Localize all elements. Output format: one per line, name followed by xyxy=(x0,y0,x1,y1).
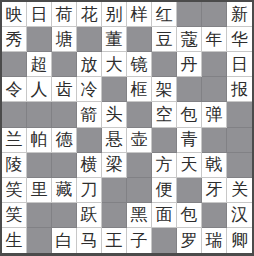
blocked-cell-r3c1 xyxy=(2,52,27,77)
blocked-cell-r8c8 xyxy=(177,178,202,203)
blocked-cell-r9c3 xyxy=(52,203,77,228)
blocked-cell-r7c6 xyxy=(127,153,152,178)
letter-cell-r7c7[interactable]: 方 xyxy=(152,153,177,178)
letter-cell-r10c5[interactable]: 王 xyxy=(102,228,127,253)
blocked-cell-r5c10 xyxy=(227,102,252,127)
letter-cell-r7c9[interactable]: 戟 xyxy=(202,153,227,178)
letter-cell-r2c8[interactable]: 蔻 xyxy=(177,27,202,52)
blocked-cell-r5c6 xyxy=(127,102,152,127)
letter-cell-r6c1[interactable]: 兰 xyxy=(2,128,27,153)
blocked-cell-r4c8 xyxy=(177,77,202,102)
blocked-cell-r7c3 xyxy=(52,153,77,178)
letter-cell-r5c7[interactable]: 空 xyxy=(152,102,177,127)
letter-cell-r5c4[interactable]: 箭 xyxy=(77,102,102,127)
letter-cell-r8c1[interactable]: 笑 xyxy=(2,178,27,203)
letter-cell-r2c3[interactable]: 塘 xyxy=(52,27,77,52)
letter-cell-r3c6[interactable]: 镜 xyxy=(127,52,152,77)
letter-cell-r8c10[interactable]: 关 xyxy=(227,178,252,203)
letter-cell-r1c3[interactable]: 荷 xyxy=(52,2,77,27)
blocked-cell-r7c10 xyxy=(227,153,252,178)
letter-cell-r6c6[interactable]: 壶 xyxy=(127,128,152,153)
letter-cell-r9c4[interactable]: 跃 xyxy=(77,203,102,228)
letter-cell-r8c3[interactable]: 藏 xyxy=(52,178,77,203)
blocked-cell-r9c5 xyxy=(102,203,127,228)
letter-cell-r9c10[interactable]: 汉 xyxy=(227,203,252,228)
letter-cell-r10c9[interactable]: 瑞 xyxy=(202,228,227,253)
blocked-cell-r5c2 xyxy=(27,102,52,127)
blocked-cell-r8c6 xyxy=(127,178,152,203)
letter-cell-r9c6[interactable]: 黑 xyxy=(127,203,152,228)
blocked-cell-r3c9 xyxy=(202,52,227,77)
blocked-cell-r6c4 xyxy=(77,128,102,153)
letter-cell-r7c5[interactable]: 梁 xyxy=(102,153,127,178)
letter-cell-r3c8[interactable]: 丹 xyxy=(177,52,202,77)
letter-cell-r9c8[interactable]: 包 xyxy=(177,203,202,228)
letter-cell-r5c9[interactable]: 弹 xyxy=(202,102,227,127)
letter-cell-r3c5[interactable]: 大 xyxy=(102,52,127,77)
blocked-cell-r10c7 xyxy=(152,228,177,253)
blocked-cell-r4c5 xyxy=(102,77,127,102)
blocked-cell-r1c8 xyxy=(177,2,202,27)
blocked-cell-r2c4 xyxy=(77,27,102,52)
letter-cell-r1c6[interactable]: 样 xyxy=(127,2,152,27)
letter-cell-r1c4[interactable]: 花 xyxy=(77,2,102,27)
letter-cell-r2c1[interactable]: 秀 xyxy=(2,27,27,52)
letter-cell-r4c1[interactable]: 令 xyxy=(2,77,27,102)
letter-cell-r4c3[interactable]: 齿 xyxy=(52,77,77,102)
blocked-cell-r5c3 xyxy=(52,102,77,127)
letter-cell-r5c8[interactable]: 包 xyxy=(177,102,202,127)
letter-cell-r1c5[interactable]: 别 xyxy=(102,2,127,27)
letter-cell-r10c3[interactable]: 白 xyxy=(52,228,77,253)
letter-cell-r9c1[interactable]: 笑 xyxy=(2,203,27,228)
letter-cell-r4c10[interactable]: 报 xyxy=(227,77,252,102)
letter-cell-r1c1[interactable]: 映 xyxy=(2,2,27,27)
letter-cell-r10c10[interactable]: 卿 xyxy=(227,228,252,253)
blocked-cell-r3c3 xyxy=(52,52,77,77)
letter-cell-r8c7[interactable]: 便 xyxy=(152,178,177,203)
blocked-cell-r2c6 xyxy=(127,27,152,52)
letter-cell-r2c5[interactable]: 董 xyxy=(102,27,127,52)
letter-cell-r10c6[interactable]: 子 xyxy=(127,228,152,253)
blocked-cell-r6c9 xyxy=(202,128,227,153)
blocked-cell-r3c7 xyxy=(152,52,177,77)
letter-cell-r8c4[interactable]: 刀 xyxy=(77,178,102,203)
letter-cell-r6c8[interactable]: 青 xyxy=(177,128,202,153)
letter-cell-r3c10[interactable]: 日 xyxy=(227,52,252,77)
blocked-cell-r2c2 xyxy=(27,27,52,52)
blocked-cell-r8c5 xyxy=(102,178,127,203)
letter-cell-r7c4[interactable]: 横 xyxy=(77,153,102,178)
letter-cell-r4c4[interactable]: 冷 xyxy=(77,77,102,102)
letter-cell-r5c5[interactable]: 头 xyxy=(102,102,127,127)
letter-cell-r6c3[interactable]: 德 xyxy=(52,128,77,153)
letter-cell-r10c8[interactable]: 罗 xyxy=(177,228,202,253)
letter-cell-r2c9[interactable]: 年 xyxy=(202,27,227,52)
letter-cell-r4c2[interactable]: 人 xyxy=(27,77,52,102)
letter-cell-r9c7[interactable]: 面 xyxy=(152,203,177,228)
letter-cell-r8c2[interactable]: 里 xyxy=(27,178,52,203)
letter-cell-r1c7[interactable]: 红 xyxy=(152,2,177,27)
letter-cell-r6c2[interactable]: 帕 xyxy=(27,128,52,153)
letter-cell-r2c7[interactable]: 豆 xyxy=(152,27,177,52)
letter-cell-r4c6[interactable]: 框 xyxy=(127,77,152,102)
letter-cell-r4c7[interactable]: 架 xyxy=(152,77,177,102)
blocked-cell-r9c9 xyxy=(202,203,227,228)
letter-cell-r6c5[interactable]: 悬 xyxy=(102,128,127,153)
blocked-cell-r10c2 xyxy=(27,228,52,253)
letter-cell-r8c9[interactable]: 牙 xyxy=(202,178,227,203)
blocked-cell-r5c1 xyxy=(2,102,27,127)
crossword-board: 映日荷花别样红新秀塘董豆蔻年华超放大镜丹日令人齿冷框架报箭头空包弹兰帕德悬壶青陵… xyxy=(0,0,254,256)
letter-cell-r10c1[interactable]: 生 xyxy=(2,228,27,253)
letter-cell-r10c4[interactable]: 马 xyxy=(77,228,102,253)
blocked-cell-r6c10 xyxy=(227,128,252,153)
blocked-cell-r9c2 xyxy=(27,203,52,228)
letter-cell-r3c2[interactable]: 超 xyxy=(27,52,52,77)
blocked-cell-r6c7 xyxy=(152,128,177,153)
letter-cell-r1c2[interactable]: 日 xyxy=(27,2,52,27)
blocked-cell-r7c2 xyxy=(27,153,52,178)
letter-cell-r2c10[interactable]: 华 xyxy=(227,27,252,52)
blocked-cell-r1c9 xyxy=(202,2,227,27)
letter-cell-r3c4[interactable]: 放 xyxy=(77,52,102,77)
letter-cell-r1c10[interactable]: 新 xyxy=(227,2,252,27)
letter-cell-r7c8[interactable]: 天 xyxy=(177,153,202,178)
letter-cell-r7c1[interactable]: 陵 xyxy=(2,153,27,178)
blocked-cell-r4c9 xyxy=(202,77,227,102)
